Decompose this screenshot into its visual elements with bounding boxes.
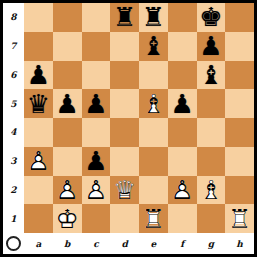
square-f3[interactable] <box>168 147 197 176</box>
square-d3[interactable] <box>110 147 139 176</box>
square-e3[interactable] <box>139 147 168 176</box>
file-label-c: c <box>82 233 111 254</box>
square-a6[interactable]: ♟ <box>24 61 53 90</box>
square-d2[interactable]: ♛♕ <box>110 176 139 205</box>
square-g5[interactable] <box>197 89 226 118</box>
square-f2[interactable]: ♟♙ <box>168 176 197 205</box>
square-b2[interactable]: ♟♙ <box>53 176 82 205</box>
square-c8[interactable] <box>82 3 111 32</box>
black-pawn-piece: ♟ <box>53 89 82 118</box>
white-king-piece: ♚♔ <box>53 204 82 233</box>
square-d5[interactable] <box>110 89 139 118</box>
black-bishop-piece: ♝ <box>197 61 226 90</box>
file-labels: abcdefgh <box>24 233 254 254</box>
square-g1[interactable] <box>197 204 226 233</box>
file-label-d: d <box>110 233 139 254</box>
square-a8[interactable] <box>24 3 53 32</box>
square-f6[interactable] <box>168 61 197 90</box>
square-c3[interactable]: ♟ <box>82 147 111 176</box>
black-rook-piece: ♜ <box>139 3 168 32</box>
rank-label-6: 6 <box>3 61 24 90</box>
black-pawn-piece: ♟ <box>197 32 226 61</box>
square-h4[interactable] <box>225 118 254 147</box>
rank-label-7: 7 <box>3 32 24 61</box>
white-rook-piece: ♜♖ <box>225 204 254 233</box>
black-pawn-piece: ♟ <box>168 89 197 118</box>
rank-label-5: 5 <box>3 89 24 118</box>
square-b3[interactable] <box>53 147 82 176</box>
square-d8[interactable]: ♜ <box>110 3 139 32</box>
white-pawn-piece: ♟♙ <box>53 176 82 205</box>
chess-board-diagram: 87654321 ♜♜♚♝♟♟♝♛♟♟♝♗♟♟♙♟♟♙♟♙♛♕♟♙♝♗♚♔♜♖♜… <box>0 0 257 257</box>
square-g7[interactable]: ♟ <box>197 32 226 61</box>
file-label-g: g <box>197 233 226 254</box>
square-b6[interactable] <box>53 61 82 90</box>
square-h1[interactable]: ♜♖ <box>225 204 254 233</box>
square-c5[interactable]: ♟ <box>82 89 111 118</box>
square-h6[interactable] <box>225 61 254 90</box>
file-label-a: a <box>24 233 53 254</box>
white-pawn-piece: ♟♙ <box>168 176 197 205</box>
square-e8[interactable]: ♜ <box>139 3 168 32</box>
black-rook-piece: ♜ <box>110 3 139 32</box>
square-a3[interactable]: ♟♙ <box>24 147 53 176</box>
square-f5[interactable]: ♟ <box>168 89 197 118</box>
square-b7[interactable] <box>53 32 82 61</box>
square-g3[interactable] <box>197 147 226 176</box>
square-b8[interactable] <box>53 3 82 32</box>
file-label-b: b <box>53 233 82 254</box>
rank-label-8: 8 <box>3 3 24 32</box>
square-c2[interactable]: ♟♙ <box>82 176 111 205</box>
rank-labels: 87654321 <box>3 3 24 233</box>
square-h3[interactable] <box>225 147 254 176</box>
square-f8[interactable] <box>168 3 197 32</box>
side-to-move-corner <box>3 233 24 254</box>
square-a5[interactable]: ♛ <box>24 89 53 118</box>
black-pawn-piece: ♟ <box>82 89 111 118</box>
rank-label-1: 1 <box>3 204 24 233</box>
white-pawn-piece: ♟♙ <box>82 176 111 205</box>
chess-board: ♜♜♚♝♟♟♝♛♟♟♝♗♟♟♙♟♟♙♟♙♛♕♟♙♝♗♚♔♜♖♜♖ <box>24 3 254 233</box>
square-f7[interactable] <box>168 32 197 61</box>
square-e4[interactable] <box>139 118 168 147</box>
black-queen-piece: ♛ <box>24 89 53 118</box>
square-c1[interactable] <box>82 204 111 233</box>
black-pawn-piece: ♟ <box>82 147 111 176</box>
square-g8[interactable]: ♚ <box>197 3 226 32</box>
square-a2[interactable] <box>24 176 53 205</box>
square-b4[interactable] <box>53 118 82 147</box>
square-a7[interactable] <box>24 32 53 61</box>
square-a4[interactable] <box>24 118 53 147</box>
square-h7[interactable] <box>225 32 254 61</box>
rank-label-3: 3 <box>3 147 24 176</box>
file-label-e: e <box>139 233 168 254</box>
file-label-f: f <box>168 233 197 254</box>
black-pawn-piece: ♟ <box>24 61 53 90</box>
square-b1[interactable]: ♚♔ <box>53 204 82 233</box>
square-c6[interactable] <box>82 61 111 90</box>
rank-label-2: 2 <box>3 176 24 205</box>
white-pawn-piece: ♟♙ <box>24 147 53 176</box>
white-bishop-piece: ♝♗ <box>197 176 226 205</box>
square-d4[interactable] <box>110 118 139 147</box>
square-d7[interactable] <box>110 32 139 61</box>
square-g2[interactable]: ♝♗ <box>197 176 226 205</box>
square-h5[interactable] <box>225 89 254 118</box>
square-e5[interactable]: ♝♗ <box>139 89 168 118</box>
white-queen-piece: ♛♕ <box>110 176 139 205</box>
square-e7[interactable]: ♝ <box>139 32 168 61</box>
white-to-move-indicator-icon <box>6 236 21 251</box>
square-d1[interactable] <box>110 204 139 233</box>
white-bishop-piece: ♝♗ <box>139 89 168 118</box>
square-c7[interactable] <box>82 32 111 61</box>
square-h2[interactable] <box>225 176 254 205</box>
square-d6[interactable] <box>110 61 139 90</box>
square-g6[interactable]: ♝ <box>197 61 226 90</box>
white-rook-piece: ♜♖ <box>139 204 168 233</box>
file-label-h: h <box>225 233 254 254</box>
square-h8[interactable] <box>225 3 254 32</box>
black-king-piece: ♚ <box>197 3 226 32</box>
square-e2[interactable] <box>139 176 168 205</box>
square-f4[interactable] <box>168 118 197 147</box>
square-e6[interactable] <box>139 61 168 90</box>
square-e1[interactable]: ♜♖ <box>139 204 168 233</box>
square-b5[interactable]: ♟ <box>53 89 82 118</box>
square-c4[interactable] <box>82 118 111 147</box>
black-bishop-piece: ♝ <box>139 32 168 61</box>
square-g4[interactable] <box>197 118 226 147</box>
square-a1[interactable] <box>24 204 53 233</box>
rank-label-4: 4 <box>3 118 24 147</box>
square-f1[interactable] <box>168 204 197 233</box>
